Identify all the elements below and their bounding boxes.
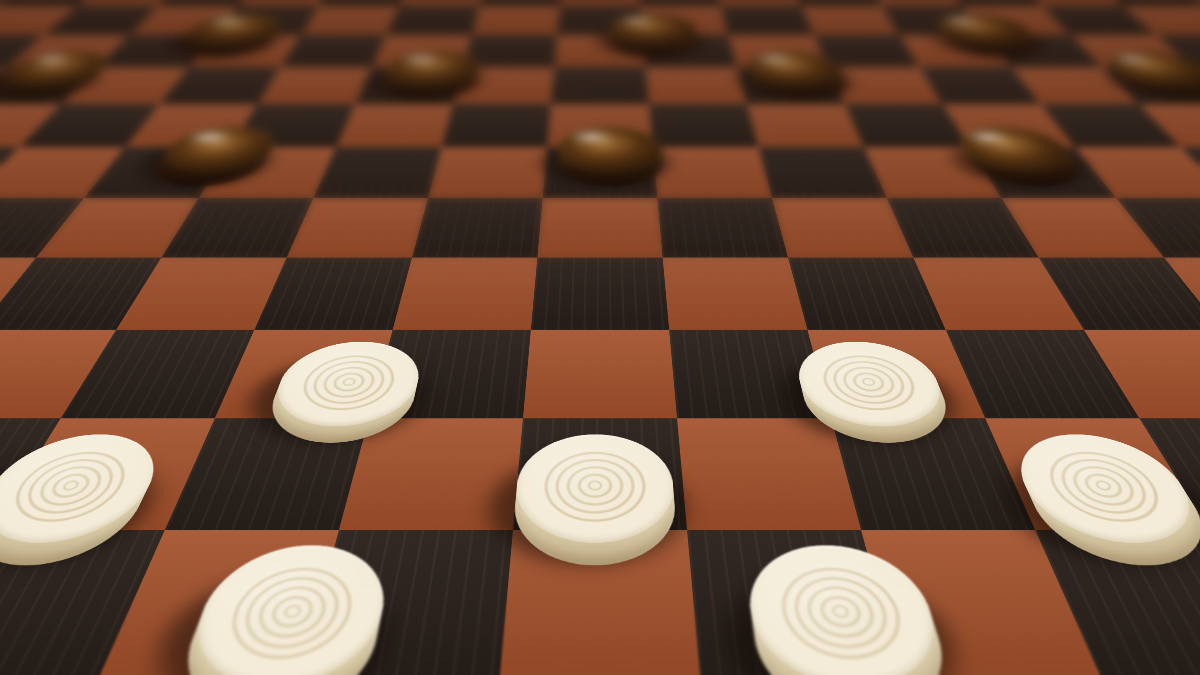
board-square[interactable] xyxy=(747,104,864,147)
dark-checker-piece[interactable]: ⛂ xyxy=(555,139,665,187)
board-square[interactable] xyxy=(663,258,808,330)
board-square[interactable] xyxy=(281,35,387,67)
board-square[interactable] xyxy=(301,6,399,35)
dark-checker-piece[interactable]: ⛂ xyxy=(747,63,855,100)
board-square[interactable] xyxy=(721,6,814,35)
board-square[interactable] xyxy=(442,104,551,147)
checkers-board-photo: ⛂⛂⛂⛂⛂⛂⛂⛂⛂⛂⛀⛀⛀⛀⛀⛀⛀ xyxy=(0,0,1200,675)
board-square[interactable] xyxy=(551,67,649,104)
board-square[interactable] xyxy=(523,330,677,419)
specular-highlight xyxy=(618,16,656,25)
white-checker-piece[interactable]: ⛀ xyxy=(510,452,680,565)
board-square[interactable] xyxy=(531,258,669,330)
board-square[interactable] xyxy=(336,104,453,147)
board-square[interactable] xyxy=(537,198,662,258)
board-square[interactable] xyxy=(646,67,747,104)
dark-checker-piece[interactable]: ⛂ xyxy=(375,63,481,100)
board-square[interactable] xyxy=(386,6,479,35)
specular-highlight xyxy=(568,130,613,144)
board-square[interactable] xyxy=(649,104,758,147)
dark-checker-piece[interactable]: ⛂ xyxy=(609,25,701,57)
board-square[interactable] xyxy=(428,147,547,197)
board-square[interactable] xyxy=(393,258,538,330)
board-square[interactable] xyxy=(472,6,560,35)
board-plane: ⛂⛂⛂⛂⛂⛂⛂⛂⛂⛂⛀⛀⛀⛀⛀⛀⛀ xyxy=(0,0,1200,675)
board-square[interactable] xyxy=(313,147,441,197)
board-square[interactable] xyxy=(653,147,772,197)
board-square[interactable] xyxy=(657,198,788,258)
board-square[interactable] xyxy=(412,198,543,258)
